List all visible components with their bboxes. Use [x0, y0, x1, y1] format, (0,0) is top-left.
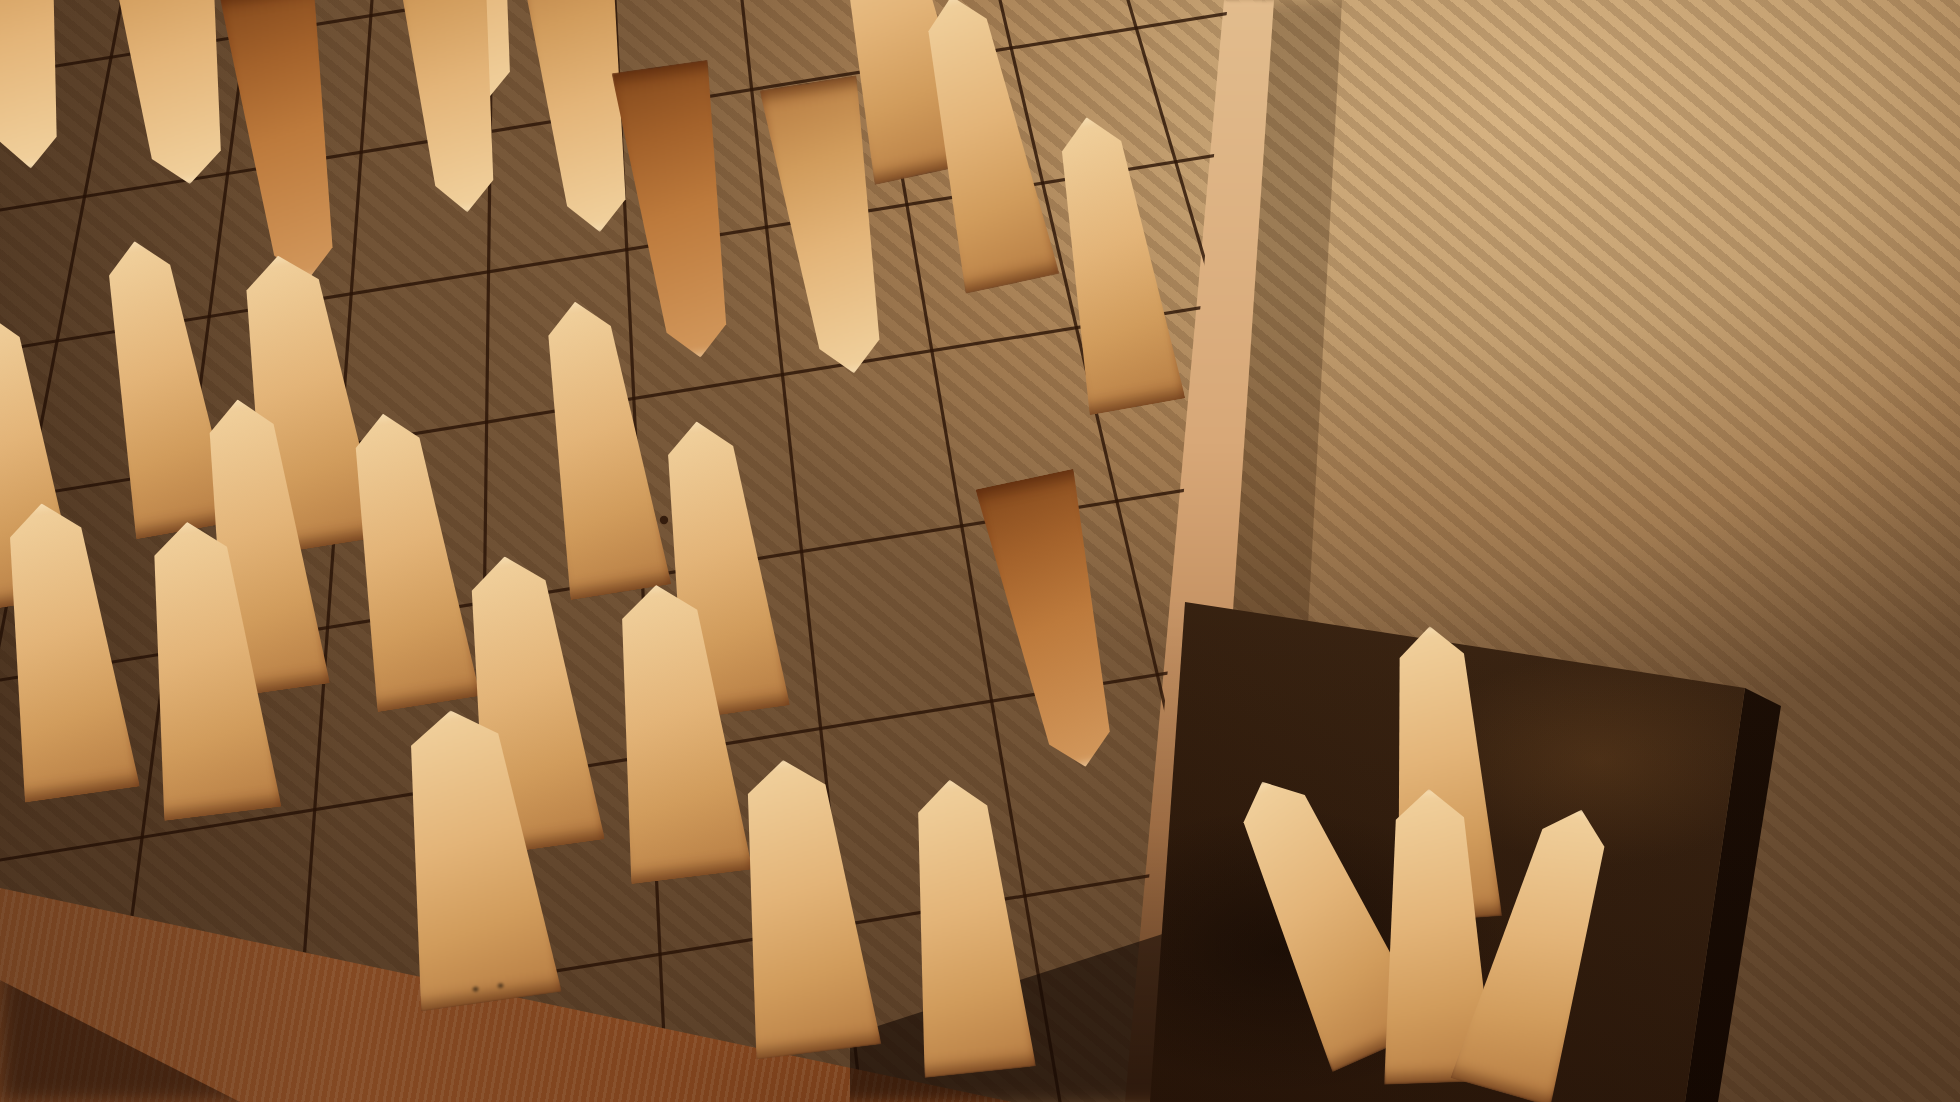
kanji-兵: 兵	[1121, 404, 1161, 445]
kanji-王: 王	[916, 171, 943, 199]
kanji-と: と	[990, 286, 1048, 345]
kanji-と: と	[986, 414, 1048, 476]
kanji-龍: 龍	[909, 170, 953, 215]
koma-sente-kei-3i[interactable]: 桂馬	[721, 752, 882, 1059]
kanji-角: 角	[304, 543, 350, 590]
kanji-金: 金	[1420, 1082, 1460, 1102]
kanji-歩: 歩	[261, 688, 302, 730]
koma-sente-kyo-2i[interactable]: 香車	[894, 774, 1036, 1078]
shogi-photo-scene: 歩兵飛車歩兵歩兵歩兵歩兵歩兵と龍王と歩兵歩兵歩兵角行歩兵歩兵歩兵歩兵銀将金将銀将…	[0, 0, 1960, 1102]
kanji-兵: 兵	[638, 30, 675, 69]
kanji-将: 将	[203, 811, 248, 857]
koma-gote-fu-4d[interactable]: 歩兵	[612, 60, 749, 365]
kanji-王: 王	[468, 998, 521, 1053]
kanji-将: 将	[468, 998, 521, 1053]
koma-gote-tokin-2f[interactable]: と	[976, 469, 1135, 777]
koma-sente-fu-5f[interactable]: 歩兵	[525, 294, 672, 600]
kanji-香: 香	[960, 1070, 1004, 1102]
kanji-将: 将	[672, 874, 718, 921]
kanji-銀: 銀	[63, 792, 108, 839]
kanji-車: 車	[960, 1070, 1004, 1102]
kanji-歩: 歩	[1121, 404, 1161, 445]
kanji-行: 行	[304, 543, 350, 590]
koma-sente-fu-8e[interactable]: 歩兵	[85, 233, 235, 540]
kanji-歩: 歩	[638, 30, 675, 69]
kanji-金: 金	[672, 874, 718, 921]
koma-gote-fu-9b[interactable]: 歩兵	[0, 0, 77, 172]
kanji-兵: 兵	[1472, 1087, 1518, 1102]
koma-sente-fu-1e[interactable]: 歩兵	[1039, 109, 1186, 415]
kanji-桂: 桂	[798, 1049, 846, 1099]
koma-sente-gin-8h[interactable]: 銀将	[0, 495, 140, 802]
kanji-兵: 兵	[786, 45, 825, 85]
kanji-歩: 歩	[786, 45, 825, 85]
kanji-兵: 兵	[261, 688, 302, 730]
kanji-馬: 馬	[798, 1049, 846, 1099]
koma-gote-hisha-8b[interactable]: 飛車	[99, 0, 246, 191]
pieces-layer: 歩兵飛車歩兵歩兵歩兵歩兵歩兵と龍王と歩兵歩兵歩兵角行歩兵歩兵歩兵歩兵銀将金将銀将…	[0, 0, 1960, 1102]
koma-gote-fu-7c[interactable]: 歩兵	[220, 0, 355, 287]
kanji-金: 金	[203, 811, 248, 857]
kanji-将: 将	[63, 792, 108, 839]
kanji-将: 将	[1420, 1082, 1460, 1102]
